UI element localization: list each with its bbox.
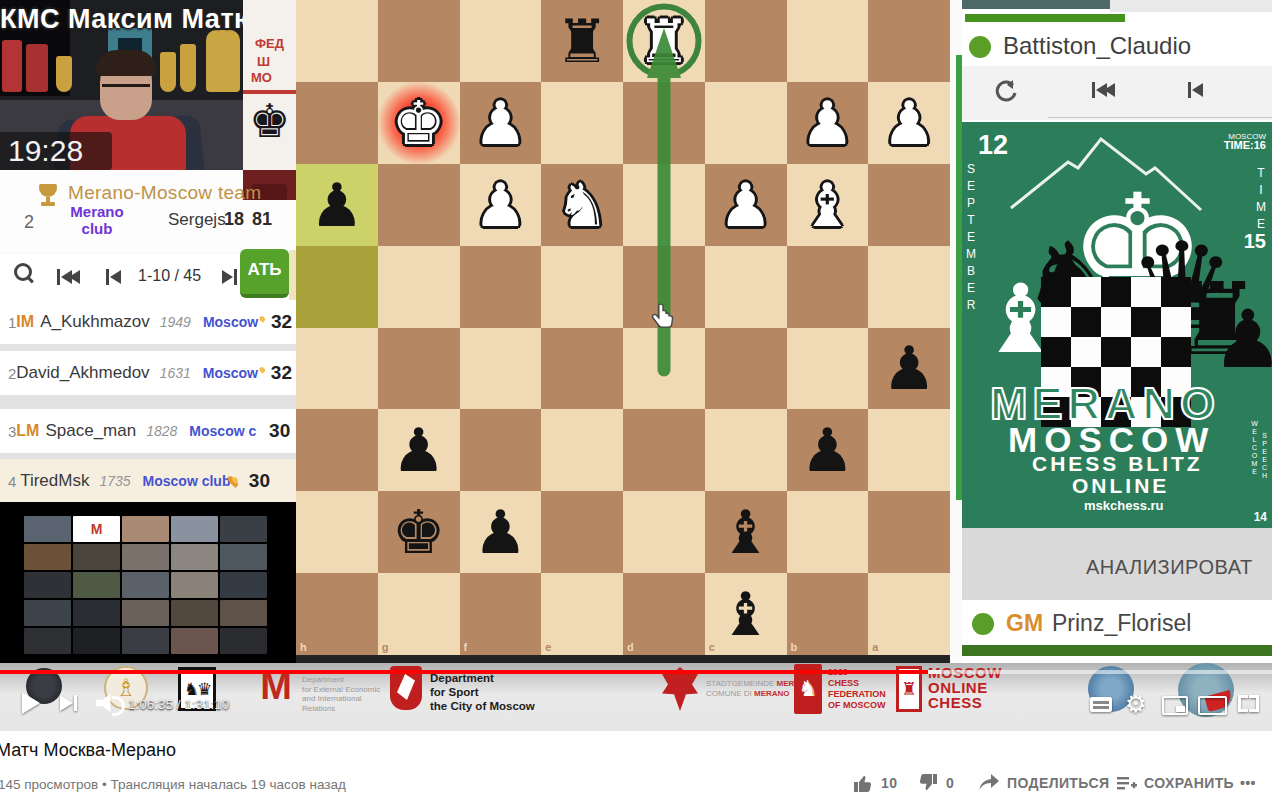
prev-move-button[interactable] [1188, 82, 1203, 98]
square-a1[interactable] [868, 0, 950, 82]
player-score: 32 [266, 311, 292, 333]
poster-chess-blitz: CHESS BLITZ [1032, 452, 1203, 476]
player-bottom-name: Prinz_Florisel [1052, 610, 1191, 637]
zoom-participant-video [171, 600, 218, 626]
zoom-participant-video [73, 572, 120, 598]
poster-chess-piece: ♚ [249, 94, 290, 148]
webcam-red-box [26, 44, 48, 92]
zoom-participant-video [122, 516, 169, 542]
square-f1[interactable] [460, 0, 542, 82]
zoom-participant-video [171, 516, 218, 542]
file-label: e [545, 641, 551, 653]
trophy [180, 44, 196, 92]
file-label: g [382, 641, 389, 653]
analyze-panel: АНАЛИЗИРОВАТ [950, 528, 1272, 600]
player-club: Moscow c [189, 423, 256, 439]
square-e7[interactable] [541, 491, 623, 573]
team-name[interactable]: Meranoclub [52, 203, 142, 237]
file-label: f [464, 641, 468, 653]
zoom-participant-video [171, 572, 218, 598]
flip-refresh-icon[interactable] [992, 78, 1020, 106]
square-d5[interactable] [623, 328, 705, 410]
zoom-participant-video [220, 516, 267, 542]
more-button[interactable]: ••• [1240, 775, 1256, 791]
poster-board-square [1101, 277, 1131, 307]
square-d4[interactable] [623, 246, 705, 328]
player-list: 1IMA_Kukhmazov1949Moscow322David_Akhmedo… [0, 300, 296, 502]
save-icon[interactable] [1116, 773, 1138, 793]
streamer-glasses [102, 84, 150, 96]
poster-welcome: WELCOME [1251, 420, 1258, 476]
player-rank: 2 [8, 365, 16, 382]
zoom-participant-video [171, 544, 218, 570]
settings-gear-icon[interactable]: ⚙ [1125, 690, 1147, 718]
square-d8[interactable]: d [623, 573, 705, 655]
square-e4[interactable] [541, 246, 623, 328]
black-rook-piece: ♜ [541, 0, 623, 82]
white-pawn-piece: ♟ [460, 164, 542, 246]
poster-board-square [1041, 337, 1071, 367]
square-d1[interactable]: ♜ [623, 0, 705, 82]
poster-board-square [1041, 277, 1071, 307]
player-bottom-row: GM Prinz_Florisel [950, 600, 1272, 645]
square-f6[interactable] [460, 409, 542, 491]
online-dot [969, 36, 991, 58]
white-pawn-piece: ♟ [460, 82, 542, 164]
player-title: IM [16, 313, 34, 331]
poster-board-square [1161, 307, 1191, 337]
square-d2[interactable] [623, 82, 705, 164]
square-a4[interactable] [868, 246, 950, 328]
divider [1048, 117, 1272, 118]
zoom-participant-video [24, 600, 71, 626]
poster-board-square [1071, 337, 1101, 367]
square-g4[interactable] [378, 246, 460, 328]
zoom-participant-video [73, 600, 120, 626]
square-h6[interactable] [296, 409, 378, 491]
poster-board-square [1131, 277, 1161, 307]
square-b4[interactable] [787, 246, 869, 328]
zoom-participant-video [220, 628, 267, 654]
share-button[interactable]: ПОДЕЛИТЬСЯ [1007, 775, 1109, 791]
square-c6[interactable] [705, 409, 787, 491]
square-f7[interactable]: ♟ [460, 491, 542, 573]
square-d3[interactable] [623, 164, 705, 246]
file-label: h [300, 641, 307, 653]
square-b8[interactable]: b [787, 573, 869, 655]
player-score: 30 [244, 470, 270, 492]
square-h7[interactable] [296, 491, 378, 573]
player-rank: 4 [8, 473, 20, 490]
square-c2[interactable] [705, 82, 787, 164]
play-button[interactable] [22, 692, 40, 714]
player-rating: 1949 [160, 314, 191, 330]
square-g3[interactable] [378, 164, 460, 246]
square-f8[interactable]: f [460, 573, 542, 655]
share-icon[interactable] [978, 773, 1000, 793]
square-c4[interactable] [705, 246, 787, 328]
player-row[interactable]: 3LMSpace_man1828Moscow c30 [0, 409, 296, 453]
progress-bar-handle[interactable] [928, 670, 941, 674]
player-rating: 1735 [99, 473, 130, 489]
fullscreen-button[interactable] [1238, 695, 1259, 712]
player-rank: 3 [8, 423, 16, 440]
zoom-participant-video [73, 628, 120, 654]
theater-mode-button[interactable] [1198, 696, 1227, 715]
square-f5[interactable] [460, 328, 542, 410]
poster-board-square [1041, 307, 1071, 337]
square-c3[interactable]: ♟ [705, 164, 787, 246]
online-dot [972, 613, 994, 635]
zoom-participant-video [122, 628, 169, 654]
poster-speech: SPEECH [1261, 432, 1268, 480]
bottom-green-bar [950, 645, 1272, 656]
square-b3[interactable]: ♝ [787, 164, 869, 246]
square-e2[interactable] [541, 82, 623, 164]
square-e5[interactable] [541, 328, 623, 410]
black-pawn-piece: ♟ [378, 409, 460, 491]
video-time-label: 1:06:35 / 1:31:10 [128, 697, 229, 712]
square-c7[interactable]: ♝ [705, 491, 787, 573]
player-rank: 1 [8, 314, 16, 331]
black-pawn-piece: ♟ [787, 409, 869, 491]
captions-button[interactable] [1090, 697, 1112, 712]
square-d7[interactable] [623, 491, 705, 573]
square-e3[interactable]: ♞ [541, 164, 623, 246]
next-page-button[interactable] [222, 269, 237, 285]
next-video-button[interactable] [60, 695, 77, 711]
progress-bar-remaining[interactable] [941, 670, 1272, 674]
square-g7[interactable]: ♚ [378, 491, 460, 573]
miniplayer-button[interactable] [1162, 696, 1188, 715]
zoom-participant-video [220, 544, 267, 570]
team-points: 18 [224, 209, 244, 230]
white-king-piece: ♚ [378, 82, 460, 164]
zoom-participant-video [122, 572, 169, 598]
player-name: A_Kukhmazov [40, 312, 150, 332]
square-c1[interactable] [705, 0, 787, 82]
white-pawn-piece: ♟ [868, 82, 950, 164]
square-h1[interactable] [296, 0, 378, 82]
square-h3[interactable]: ♟ [296, 164, 378, 246]
meran-text: STADTGEMEINDE MERAN COMUNE DI MERANO [706, 679, 806, 699]
square-b7[interactable] [787, 491, 869, 573]
right-panel: Battiston_Claudio SEPTEMBER 12 MOSCOWTIM… [950, 0, 1272, 663]
square-c8[interactable]: ♝c [705, 573, 787, 655]
player-club: Moscow [203, 365, 258, 381]
skip-to-start-button[interactable] [1092, 82, 1115, 98]
file-label: d [627, 641, 634, 653]
player-club: Moscow club [143, 473, 231, 489]
square-a3[interactable] [868, 164, 950, 246]
square-f3[interactable]: ♟ [460, 164, 542, 246]
poster-pawn-black: ♟ [1212, 300, 1272, 380]
square-b5[interactable] [787, 328, 869, 410]
video-player: КМС Максим Матюнин 19:28 ФЕД Ш МО ♚ Mera… [0, 0, 1272, 731]
trophy [160, 52, 176, 92]
gm-title: GM [1006, 610, 1043, 637]
dept-sport-text: Departmentfor Sport the City of Moscow [430, 671, 535, 713]
poster-online: ONLINE [1072, 474, 1169, 498]
white-bishop-piece: ♝ [787, 164, 869, 246]
file-label: a [872, 641, 878, 653]
square-f4[interactable] [460, 246, 542, 328]
square-d6[interactable] [623, 409, 705, 491]
zoom-participant-video: М [73, 516, 120, 542]
square-h2[interactable] [296, 82, 378, 164]
square-a7[interactable] [868, 491, 950, 573]
zoom-participant-video [122, 600, 169, 626]
video-title: Матч Москва-Мерано [0, 740, 176, 761]
square-b1[interactable] [787, 0, 869, 82]
trophy [56, 56, 72, 92]
square-g8[interactable]: g [378, 573, 460, 655]
zoom-participant-video [171, 628, 218, 654]
analysis-toolbar [962, 66, 1272, 120]
top-strip [957, 0, 1110, 9]
poster-text: ФЕД [255, 36, 284, 51]
zoom-participant-video [24, 516, 71, 542]
poster-board-square [1131, 307, 1161, 337]
player-name: Space_man [45, 421, 136, 441]
poster-text: Ш [257, 54, 270, 69]
black-bishop-piece: ♝ [705, 491, 787, 573]
player-score: 32 [266, 362, 292, 384]
player-row[interactable]: 2David_Akhmedov1631Moscow32 [0, 351, 296, 395]
team-title: Merano-Moscow team [68, 182, 261, 204]
dislike-count[interactable]: 0 [946, 775, 954, 791]
poster-board-square [1071, 277, 1101, 307]
zoom-participant-video [220, 572, 267, 598]
zoom-participant-video [220, 600, 267, 626]
player-name: David_Akhmedov [16, 363, 149, 383]
video-info: Матч Москва-Мерано 145 просмотров • Тран… [0, 731, 1272, 801]
zoom-participant-video [122, 544, 169, 570]
video-stats: 145 просмотров • Трансляция началась 19 … [0, 777, 346, 792]
square-g6[interactable]: ♟ [378, 409, 460, 491]
square-f2[interactable]: ♟ [460, 82, 542, 164]
samovar [206, 30, 240, 92]
square-b2[interactable]: ♟ [787, 82, 869, 164]
poster-text: МО [251, 70, 272, 85]
poster-board-square [1131, 337, 1161, 367]
team-player: Sergejs [168, 210, 226, 230]
tournament-poster: SEPTEMBER 12 MOSCOWTIME:16 TIME 15 ♝ ♞ ♚… [956, 122, 1272, 528]
black-king-piece: ♚ [378, 491, 460, 573]
zoom-participant-video [24, 544, 71, 570]
panel-edge-green-bar [956, 55, 962, 500]
analyze-button[interactable]: АНАЛИЗИРОВАТ [1086, 556, 1253, 579]
player-top-name: Battiston_Claudio [1003, 32, 1191, 60]
zoom-participant-video [24, 628, 71, 654]
square-h8[interactable]: h [296, 573, 378, 655]
white-pawn-piece: ♟ [705, 164, 787, 246]
chess-board: ♜♜♚♟♟♟♟♟♞♟♝♟♟♟♚♟♝hgfed♝cba [296, 0, 950, 655]
team-rank: 2 [24, 212, 34, 233]
white-rook-piece: ♜ [623, 0, 705, 82]
like-icon[interactable] [853, 773, 873, 793]
dislike-icon[interactable] [918, 773, 938, 793]
square-h4[interactable] [296, 246, 378, 328]
square-g2[interactable]: ♚ [378, 82, 460, 164]
square-c5[interactable] [705, 328, 787, 410]
square-g5[interactable] [378, 328, 460, 410]
poster-welcome-num: 14 [1254, 510, 1267, 524]
file-label: c [709, 641, 715, 653]
poster-board-square [1071, 307, 1101, 337]
black-pawn-piece: ♟ [460, 491, 542, 573]
square-g1[interactable] [378, 0, 460, 82]
square-a6[interactable] [868, 409, 950, 491]
webcam-red-box [2, 40, 22, 92]
player-name: TiredMsk [20, 471, 89, 491]
player-rating: 1631 [160, 365, 191, 381]
square-a5[interactable]: ♟ [868, 328, 950, 410]
stream-clock: 19:28 [0, 132, 112, 170]
prev-page-button[interactable] [106, 269, 121, 285]
player-title: LM [16, 422, 39, 440]
poster-board-square [1101, 307, 1131, 337]
file-label: b [791, 641, 798, 653]
poster-board-square [1161, 277, 1191, 307]
zoom-participant-video [73, 544, 120, 570]
player-rating: 1828 [146, 423, 177, 439]
poster-url: mskchess.ru [1084, 498, 1164, 513]
black-pawn-piece: ♟ [296, 164, 378, 246]
like-count[interactable]: 10 [881, 775, 897, 791]
poster-board-square [1101, 337, 1131, 367]
time-progress-bar [965, 14, 1125, 22]
poster-board-square [1161, 337, 1191, 367]
black-bishop-piece: ♝ [705, 573, 787, 655]
first-page-button[interactable] [57, 269, 80, 285]
white-knight-piece: ♞ [541, 164, 623, 246]
square-e6[interactable] [541, 409, 623, 491]
player-row[interactable]: 1IMA_Kukhmazov1949Moscow32 [0, 300, 296, 344]
save-button[interactable]: СОХРАНИТЬ [1144, 775, 1234, 791]
player-club: Moscow [203, 314, 258, 330]
square-e1[interactable]: ♜ [541, 0, 623, 82]
progress-bar-watched[interactable] [0, 670, 928, 674]
square-e8[interactable]: e [541, 573, 623, 655]
top-strip [1110, 0, 1272, 12]
player-row[interactable]: 4TiredMsk1735Moscow club30 [0, 459, 296, 503]
square-a8[interactable]: a [868, 573, 950, 655]
streamer-hair [96, 50, 156, 76]
square-h5[interactable] [296, 328, 378, 410]
zoom-gallery: М [0, 502, 296, 663]
sponsor-strip: ♗ ♞♛ M Departmentfor External Economic a… [0, 663, 1272, 731]
show-button[interactable]: АТЬ [240, 249, 289, 298]
zoom-participant-video [24, 572, 71, 598]
black-pawn-piece: ♟ [868, 328, 950, 410]
square-b6[interactable]: ♟ [787, 409, 869, 491]
dept-econ-text: Departmentfor External Economic and Inte… [302, 675, 380, 713]
white-pawn-piece: ♟ [787, 82, 869, 164]
player-score: 30 [264, 420, 290, 442]
team-score: 81 [252, 209, 272, 230]
square-a2[interactable]: ♟ [868, 82, 950, 164]
page-range-label: 1-10 / 45 [138, 267, 201, 285]
